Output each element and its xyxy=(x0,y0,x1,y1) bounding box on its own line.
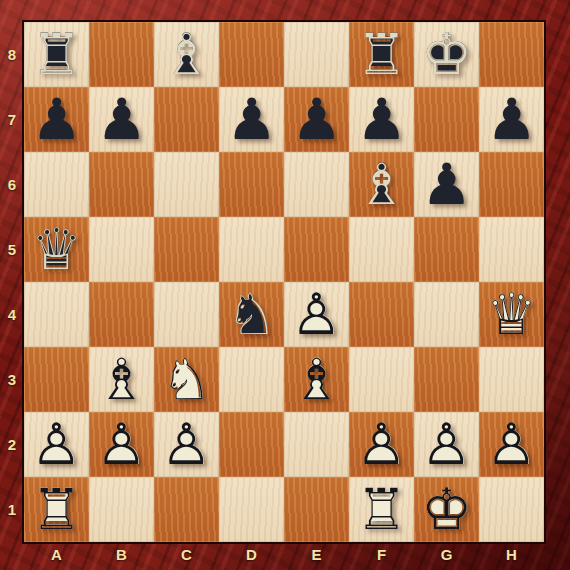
square-f5[interactable] xyxy=(349,217,414,282)
white-knight[interactable]: ♞♘ xyxy=(154,347,219,412)
white-rook[interactable]: ♜♖ xyxy=(24,477,89,542)
square-a1[interactable]: ♜♖ xyxy=(24,477,89,542)
white-knight-outline-icon: ♘ xyxy=(154,347,219,412)
square-g3[interactable] xyxy=(414,347,479,412)
square-c6[interactable] xyxy=(154,152,219,217)
black-bishop-outline-icon: ♗ xyxy=(154,22,219,87)
square-a4[interactable] xyxy=(24,282,89,347)
white-bishop-outline-icon: ♗ xyxy=(284,347,349,412)
black-pawn-icon: ♟ xyxy=(349,87,414,152)
white-rook[interactable]: ♜♖ xyxy=(349,477,414,542)
white-queen-outline-icon: ♕ xyxy=(479,282,544,347)
square-a6[interactable] xyxy=(24,152,89,217)
chess-app-window: ♜♖♝♗♜♖♚♔♟♙♟♙♟♙♟♙♟♙♟♙♝♗♟♙♛♕♞♘♟♙♛♕♝♗♞♘♝♗♟♙… xyxy=(0,0,570,570)
rank-coordinates: 87654321 xyxy=(0,22,24,542)
square-e3[interactable]: ♝♗ xyxy=(284,347,349,412)
square-e6[interactable] xyxy=(284,152,349,217)
black-pawn[interactable]: ♟♙ xyxy=(219,87,284,152)
square-c4[interactable] xyxy=(154,282,219,347)
square-b1[interactable] xyxy=(89,477,154,542)
white-queen-icon: ♛ xyxy=(479,282,544,347)
rank-label-7: 7 xyxy=(0,87,24,152)
square-g5[interactable] xyxy=(414,217,479,282)
black-queen-icon: ♛ xyxy=(24,217,89,282)
square-b3[interactable]: ♝♗ xyxy=(89,347,154,412)
square-c2[interactable]: ♟♙ xyxy=(154,412,219,477)
rank-label-4: 4 xyxy=(0,282,24,347)
black-rook-outline-icon: ♖ xyxy=(349,22,414,87)
black-rook-icon: ♜ xyxy=(349,22,414,87)
square-h1[interactable] xyxy=(479,477,544,542)
white-bishop[interactable]: ♝♗ xyxy=(89,347,154,412)
black-pawn-icon: ♟ xyxy=(89,87,154,152)
square-d2[interactable] xyxy=(219,412,284,477)
black-bishop[interactable]: ♝♗ xyxy=(154,22,219,87)
square-e7[interactable]: ♟♙ xyxy=(284,87,349,152)
file-label-a: A xyxy=(24,542,89,570)
white-pawn-outline-icon: ♙ xyxy=(414,412,479,477)
black-pawn-icon: ♟ xyxy=(219,87,284,152)
square-c1[interactable] xyxy=(154,477,219,542)
square-d3[interactable] xyxy=(219,347,284,412)
square-g6[interactable]: ♟♙ xyxy=(414,152,479,217)
square-g4[interactable] xyxy=(414,282,479,347)
square-b8[interactable] xyxy=(89,22,154,87)
square-b7[interactable]: ♟♙ xyxy=(89,87,154,152)
square-h6[interactable] xyxy=(479,152,544,217)
white-bishop-icon: ♝ xyxy=(284,347,349,412)
square-g1[interactable]: ♚♔ xyxy=(414,477,479,542)
white-pawn-icon: ♟ xyxy=(154,412,219,477)
square-c8[interactable]: ♝♗ xyxy=(154,22,219,87)
white-bishop-icon: ♝ xyxy=(89,347,154,412)
white-pawn-icon: ♟ xyxy=(349,412,414,477)
white-pawn-icon: ♟ xyxy=(479,412,544,477)
rank-label-5: 5 xyxy=(0,217,24,282)
square-f2[interactable]: ♟♙ xyxy=(349,412,414,477)
square-d6[interactable] xyxy=(219,152,284,217)
square-d5[interactable] xyxy=(219,217,284,282)
white-king-icon: ♚ xyxy=(414,477,479,542)
black-bishop[interactable]: ♝♗ xyxy=(349,152,414,217)
black-king-icon: ♚ xyxy=(414,22,479,87)
white-pawn-icon: ♟ xyxy=(284,282,349,347)
white-rook-icon: ♜ xyxy=(24,477,89,542)
file-label-g: G xyxy=(414,542,479,570)
white-rook-icon: ♜ xyxy=(349,477,414,542)
file-label-d: D xyxy=(219,542,284,570)
square-h8[interactable] xyxy=(479,22,544,87)
square-c3[interactable]: ♞♘ xyxy=(154,347,219,412)
black-bishop-icon: ♝ xyxy=(154,22,219,87)
square-a5[interactable]: ♛♕ xyxy=(24,217,89,282)
square-f8[interactable]: ♜♖ xyxy=(349,22,414,87)
square-a2[interactable]: ♟♙ xyxy=(24,412,89,477)
square-f7[interactable]: ♟♙ xyxy=(349,87,414,152)
black-pawn[interactable]: ♟♙ xyxy=(414,152,479,217)
rank-label-6: 6 xyxy=(0,152,24,217)
black-bishop-icon: ♝ xyxy=(349,152,414,217)
white-knight-icon: ♞ xyxy=(154,347,219,412)
white-pawn-outline-icon: ♙ xyxy=(284,282,349,347)
black-king[interactable]: ♚♔ xyxy=(414,22,479,87)
white-pawn[interactable]: ♟♙ xyxy=(89,412,154,477)
square-e8[interactable] xyxy=(284,22,349,87)
square-e1[interactable] xyxy=(284,477,349,542)
square-a8[interactable]: ♜♖ xyxy=(24,22,89,87)
black-pawn-icon: ♟ xyxy=(24,87,89,152)
black-pawn[interactable]: ♟♙ xyxy=(479,87,544,152)
white-bishop[interactable]: ♝♗ xyxy=(284,347,349,412)
square-d1[interactable] xyxy=(219,477,284,542)
black-pawn-icon: ♟ xyxy=(414,152,479,217)
file-label-f: F xyxy=(349,542,414,570)
square-c7[interactable] xyxy=(154,87,219,152)
square-e5[interactable] xyxy=(284,217,349,282)
square-f6[interactable]: ♝♗ xyxy=(349,152,414,217)
white-pawn-icon: ♟ xyxy=(24,412,89,477)
rank-label-3: 3 xyxy=(0,347,24,412)
black-pawn-icon: ♟ xyxy=(284,87,349,152)
white-pawn-icon: ♟ xyxy=(414,412,479,477)
black-knight-icon: ♞ xyxy=(219,282,284,347)
white-king-outline-icon: ♔ xyxy=(414,477,479,542)
square-d4[interactable]: ♞♘ xyxy=(219,282,284,347)
square-g8[interactable]: ♚♔ xyxy=(414,22,479,87)
black-rook-icon: ♜ xyxy=(24,22,89,87)
rank-label-1: 1 xyxy=(0,477,24,542)
square-a3[interactable] xyxy=(24,347,89,412)
square-g7[interactable] xyxy=(414,87,479,152)
square-h2[interactable]: ♟♙ xyxy=(479,412,544,477)
white-pawn-outline-icon: ♙ xyxy=(349,412,414,477)
square-d7[interactable]: ♟♙ xyxy=(219,87,284,152)
square-e2[interactable] xyxy=(284,412,349,477)
white-pawn[interactable]: ♟♙ xyxy=(349,412,414,477)
white-pawn[interactable]: ♟♙ xyxy=(284,282,349,347)
white-pawn[interactable]: ♟♙ xyxy=(414,412,479,477)
white-bishop-outline-icon: ♗ xyxy=(89,347,154,412)
square-b6[interactable] xyxy=(89,152,154,217)
square-b4[interactable] xyxy=(89,282,154,347)
rank-label-8: 8 xyxy=(0,22,24,87)
file-label-h: H xyxy=(479,542,544,570)
square-h5[interactable] xyxy=(479,217,544,282)
file-coordinates: ABCDEFGH xyxy=(24,542,544,570)
black-queen[interactable]: ♛♕ xyxy=(24,217,89,282)
white-pawn-icon: ♟ xyxy=(89,412,154,477)
white-pawn[interactable]: ♟♙ xyxy=(154,412,219,477)
file-label-c: C xyxy=(154,542,219,570)
rank-label-2: 2 xyxy=(0,412,24,477)
file-label-b: B xyxy=(89,542,154,570)
white-pawn[interactable]: ♟♙ xyxy=(479,412,544,477)
black-knight[interactable]: ♞♘ xyxy=(219,282,284,347)
black-bishop-outline-icon: ♗ xyxy=(349,152,414,217)
black-rook[interactable]: ♜♖ xyxy=(349,22,414,87)
black-rook-outline-icon: ♖ xyxy=(24,22,89,87)
square-f1[interactable]: ♜♖ xyxy=(349,477,414,542)
chess-board: ♜♖♝♗♜♖♚♔♟♙♟♙♟♙♟♙♟♙♟♙♝♗♟♙♛♕♞♘♟♙♛♕♝♗♞♘♝♗♟♙… xyxy=(24,22,544,542)
black-pawn[interactable]: ♟♙ xyxy=(24,87,89,152)
black-pawn[interactable]: ♟♙ xyxy=(89,87,154,152)
file-label-e: E xyxy=(284,542,349,570)
white-pawn[interactable]: ♟♙ xyxy=(24,412,89,477)
square-d8[interactable] xyxy=(219,22,284,87)
white-rook-outline-icon: ♖ xyxy=(349,477,414,542)
square-h7[interactable]: ♟♙ xyxy=(479,87,544,152)
white-pawn-outline-icon: ♙ xyxy=(154,412,219,477)
square-a7[interactable]: ♟♙ xyxy=(24,87,89,152)
square-e4[interactable]: ♟♙ xyxy=(284,282,349,347)
square-g2[interactable]: ♟♙ xyxy=(414,412,479,477)
black-knight-outline-icon: ♘ xyxy=(219,282,284,347)
square-b2[interactable]: ♟♙ xyxy=(89,412,154,477)
white-king[interactable]: ♚♔ xyxy=(414,477,479,542)
square-c5[interactable] xyxy=(154,217,219,282)
square-b5[interactable] xyxy=(89,217,154,282)
white-pawn-outline-icon: ♙ xyxy=(479,412,544,477)
white-pawn-outline-icon: ♙ xyxy=(24,412,89,477)
black-pawn-icon: ♟ xyxy=(479,87,544,152)
black-king-outline-icon: ♔ xyxy=(414,22,479,87)
white-queen[interactable]: ♛♕ xyxy=(479,282,544,347)
white-pawn-outline-icon: ♙ xyxy=(89,412,154,477)
black-rook[interactable]: ♜♖ xyxy=(24,22,89,87)
black-pawn[interactable]: ♟♙ xyxy=(284,87,349,152)
square-f3[interactable] xyxy=(349,347,414,412)
black-pawn[interactable]: ♟♙ xyxy=(349,87,414,152)
black-queen-outline-icon: ♕ xyxy=(24,217,89,282)
square-h4[interactable]: ♛♕ xyxy=(479,282,544,347)
square-f4[interactable] xyxy=(349,282,414,347)
square-h3[interactable] xyxy=(479,347,544,412)
white-rook-outline-icon: ♖ xyxy=(24,477,89,542)
